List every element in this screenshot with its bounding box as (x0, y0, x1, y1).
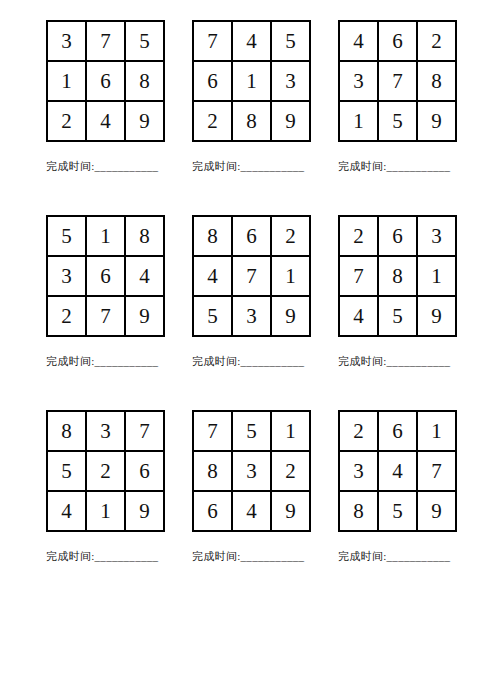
grid-cell: 4 (378, 451, 417, 491)
grid-cell: 8 (193, 216, 232, 256)
grid-cell: 9 (271, 296, 310, 336)
schulte-grid-1: 3 7 5 1 6 8 2 4 9 (46, 20, 165, 142)
grid-cell: 7 (125, 411, 164, 451)
grid-cell: 1 (417, 411, 456, 451)
grid-cell: 3 (339, 451, 378, 491)
puzzle-block-7: 8 3 7 5 2 6 4 1 9 完成时间:___________ (46, 410, 166, 564)
grid-cell: 6 (86, 256, 125, 296)
completion-time-label: 完成时间: (338, 550, 387, 562)
grid-cell: 4 (47, 491, 86, 531)
grid-cell: 1 (271, 256, 310, 296)
completion-time-row: 完成时间:___________ (192, 354, 312, 369)
grid-cell: 3 (232, 296, 271, 336)
grid-cell: 1 (271, 411, 310, 451)
grid-cell: 6 (193, 491, 232, 531)
grid-cell: 5 (47, 451, 86, 491)
puzzle-block-3: 4 6 2 3 7 8 1 5 9 完成时间:___________ (338, 20, 458, 174)
grid-cell: 5 (47, 216, 86, 256)
grid-cell: 4 (232, 21, 271, 61)
grid-cell: 3 (232, 451, 271, 491)
grid-cell: 9 (125, 491, 164, 531)
grid-cell: 6 (125, 451, 164, 491)
grid-cell: 5 (378, 296, 417, 336)
grid-cell: 5 (193, 296, 232, 336)
grid-cell: 4 (86, 101, 125, 141)
grid-cell: 6 (86, 61, 125, 101)
grid-cell: 9 (417, 101, 456, 141)
grid-cell: 6 (378, 411, 417, 451)
schulte-grid-9: 2 6 1 3 4 7 8 5 9 (338, 410, 457, 532)
puzzle-sheet: 3 7 5 1 6 8 2 4 9 完成时间:___________ 7 4 5… (46, 20, 458, 564)
completion-time-row: 完成时间:___________ (192, 159, 312, 174)
grid-cell: 4 (125, 256, 164, 296)
grid-cell: 2 (193, 101, 232, 141)
completion-time-label: 完成时间: (46, 160, 95, 172)
completion-time-blank: ___________ (387, 160, 451, 172)
grid-cell: 3 (271, 61, 310, 101)
grid-cell: 4 (232, 491, 271, 531)
grid-cell: 6 (232, 216, 271, 256)
completion-time-blank: ___________ (387, 355, 451, 367)
schulte-grid-7: 8 3 7 5 2 6 4 1 9 (46, 410, 165, 532)
grid-cell: 5 (125, 21, 164, 61)
puzzle-block-6: 2 6 3 7 8 1 4 5 9 完成时间:___________ (338, 215, 458, 369)
grid-cell: 9 (417, 491, 456, 531)
grid-cell: 5 (232, 411, 271, 451)
grid-cell: 4 (339, 296, 378, 336)
grid-cell: 3 (417, 216, 456, 256)
grid-cell: 8 (125, 216, 164, 256)
grid-cell: 1 (86, 216, 125, 256)
grid-cell: 2 (339, 216, 378, 256)
grid-cell: 7 (339, 256, 378, 296)
grid-cell: 2 (417, 21, 456, 61)
grid-cell: 8 (378, 256, 417, 296)
completion-time-row: 完成时间:___________ (46, 159, 166, 174)
completion-time-label: 完成时间: (192, 550, 241, 562)
grid-cell: 9 (417, 296, 456, 336)
grid-cell: 1 (232, 61, 271, 101)
grid-cell: 1 (47, 61, 86, 101)
puzzle-block-1: 3 7 5 1 6 8 2 4 9 完成时间:___________ (46, 20, 166, 174)
completion-time-label: 完成时间: (338, 160, 387, 172)
grid-cell: 8 (193, 451, 232, 491)
puzzle-block-9: 2 6 1 3 4 7 8 5 9 完成时间:___________ (338, 410, 458, 564)
grid-cell: 2 (47, 101, 86, 141)
grid-cell: 4 (193, 256, 232, 296)
grid-cell: 5 (378, 491, 417, 531)
grid-cell: 8 (47, 411, 86, 451)
completion-time-row: 完成时间:___________ (46, 354, 166, 369)
completion-time-blank: ___________ (241, 550, 305, 562)
schulte-grid-3: 4 6 2 3 7 8 1 5 9 (338, 20, 457, 142)
grid-cell: 3 (47, 256, 86, 296)
grid-cell: 7 (378, 61, 417, 101)
grid-cell: 2 (271, 216, 310, 256)
grid-cell: 6 (378, 216, 417, 256)
grid-cell: 5 (378, 101, 417, 141)
completion-time-row: 完成时间:___________ (46, 549, 166, 564)
schulte-grid-4: 5 1 8 3 6 4 2 7 9 (46, 215, 165, 337)
completion-time-label: 完成时间: (46, 550, 95, 562)
completion-time-row: 完成时间:___________ (338, 159, 458, 174)
grid-cell: 7 (193, 21, 232, 61)
grid-cell: 1 (417, 256, 456, 296)
puzzle-block-8: 7 5 1 8 3 2 6 4 9 完成时间:___________ (192, 410, 312, 564)
grid-cell: 7 (193, 411, 232, 451)
grid-cell: 3 (47, 21, 86, 61)
worksheet-page: 3 7 5 1 6 8 2 4 9 完成时间:___________ 7 4 5… (0, 0, 499, 683)
puzzle-block-2: 7 4 5 6 1 3 2 8 9 完成时间:___________ (192, 20, 312, 174)
completion-time-label: 完成时间: (192, 355, 241, 367)
grid-cell: 2 (271, 451, 310, 491)
completion-time-blank: ___________ (241, 355, 305, 367)
completion-time-row: 完成时间:___________ (192, 549, 312, 564)
grid-cell: 3 (86, 411, 125, 451)
completion-time-blank: ___________ (95, 355, 159, 367)
completion-time-label: 完成时间: (338, 355, 387, 367)
grid-cell: 6 (193, 61, 232, 101)
grid-cell: 1 (339, 101, 378, 141)
grid-cell: 6 (378, 21, 417, 61)
grid-cell: 2 (339, 411, 378, 451)
grid-cell: 7 (86, 21, 125, 61)
grid-cell: 1 (86, 491, 125, 531)
grid-cell: 8 (417, 61, 456, 101)
grid-cell: 9 (271, 101, 310, 141)
grid-cell: 7 (86, 296, 125, 336)
grid-cell: 2 (86, 451, 125, 491)
completion-time-row: 完成时间:___________ (338, 354, 458, 369)
grid-cell: 3 (339, 61, 378, 101)
schulte-grid-6: 2 6 3 7 8 1 4 5 9 (338, 215, 457, 337)
grid-cell: 9 (125, 296, 164, 336)
grid-cell: 4 (339, 21, 378, 61)
completion-time-blank: ___________ (387, 550, 451, 562)
grid-cell: 8 (339, 491, 378, 531)
completion-time-blank: ___________ (241, 160, 305, 172)
schulte-grid-8: 7 5 1 8 3 2 6 4 9 (192, 410, 311, 532)
completion-time-row: 完成时间:___________ (338, 549, 458, 564)
completion-time-label: 完成时间: (192, 160, 241, 172)
grid-cell: 9 (271, 491, 310, 531)
puzzle-block-4: 5 1 8 3 6 4 2 7 9 完成时间:___________ (46, 215, 166, 369)
grid-cell: 2 (47, 296, 86, 336)
completion-time-blank: ___________ (95, 550, 159, 562)
schulte-grid-2: 7 4 5 6 1 3 2 8 9 (192, 20, 311, 142)
completion-time-label: 完成时间: (46, 355, 95, 367)
grid-cell: 7 (232, 256, 271, 296)
grid-cell: 5 (271, 21, 310, 61)
grid-cell: 7 (417, 451, 456, 491)
grid-cell: 8 (232, 101, 271, 141)
grid-cell: 8 (125, 61, 164, 101)
schulte-grid-5: 8 6 2 4 7 1 5 3 9 (192, 215, 311, 337)
completion-time-blank: ___________ (95, 160, 159, 172)
grid-cell: 9 (125, 101, 164, 141)
puzzle-block-5: 8 6 2 4 7 1 5 3 9 完成时间:___________ (192, 215, 312, 369)
